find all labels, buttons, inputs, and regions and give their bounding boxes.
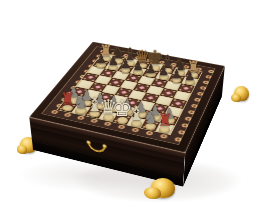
piece-white-rook[interactable]: ♜ (157, 112, 172, 129)
square-h6[interactable] (177, 83, 194, 93)
piece-black-pawn[interactable]: ♟ (171, 67, 182, 79)
piece-white-knight[interactable]: ♞ (143, 109, 158, 126)
piece-black-pawn[interactable]: ♟ (158, 65, 169, 77)
piece-black-pawn[interactable]: ♟ (133, 60, 144, 72)
piece-black-pawn[interactable]: ♟ (95, 53, 106, 66)
drawer-handle[interactable] (87, 140, 107, 154)
piece-black-pawn[interactable]: ♟ (120, 57, 131, 69)
piece-black-pawn[interactable]: ♟ (145, 62, 156, 74)
chess-set-photo: ♜♞♝♛♚♝♞♜♟♟♟♟♟♟♟♟♟♟♟♟♟♟♟♟♜♞♝♛♚♝♞♜ (0, 0, 258, 222)
drawer-handle-bar (88, 142, 106, 154)
piece-black-pawn[interactable]: ♟ (108, 55, 119, 67)
gold-claw-foot-right (234, 86, 249, 101)
piece-black-pawn[interactable]: ♟ (184, 70, 195, 82)
gold-claw-foot-front (151, 178, 175, 198)
square-f5[interactable] (146, 85, 164, 95)
